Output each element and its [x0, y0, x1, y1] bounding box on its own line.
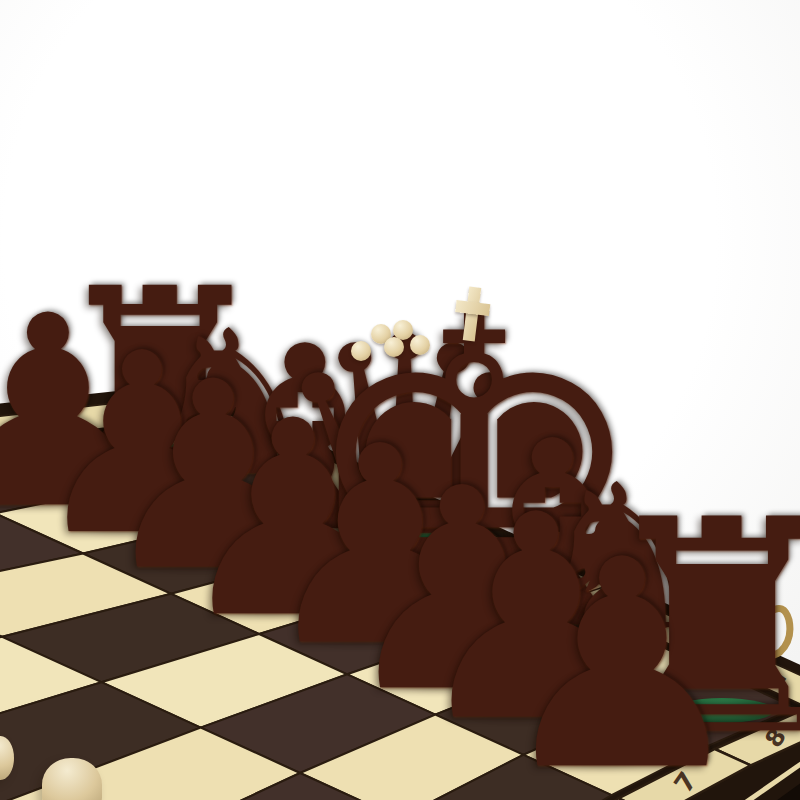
chess-board: ABCDEFGH87654	[0, 0, 800, 800]
clasp-ring	[760, 608, 790, 655]
brass-clasp	[760, 608, 790, 655]
photo-background: ABCDEFGH87654 ♜♞♟♝♟♛♟♚♟♝♞♟♟♟♜♟	[0, 0, 800, 800]
